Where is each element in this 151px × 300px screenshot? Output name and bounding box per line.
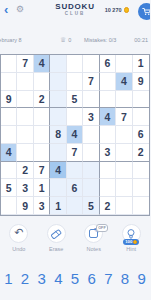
cell-r3c2[interactable] — [17, 91, 33, 109]
undo-icon: ↶ — [14, 227, 23, 238]
cell-r7c8[interactable] — [116, 162, 132, 180]
cell-r6c6[interactable] — [83, 144, 99, 162]
cell-r5c7[interactable] — [100, 126, 116, 144]
cell-r7c9[interactable] — [133, 162, 149, 180]
undo-circle: ↶ — [9, 224, 28, 243]
cell-r1c8[interactable] — [116, 55, 132, 73]
cell-r9c1[interactable] — [1, 197, 17, 215]
cell-r4c4[interactable] — [50, 108, 66, 126]
cell-r6c3[interactable] — [34, 144, 50, 162]
cell-r6c4[interactable] — [50, 144, 66, 162]
cell-r5c8[interactable] — [116, 126, 132, 144]
cell-r1c1[interactable] — [1, 55, 17, 73]
cell-r7c4[interactable]: 4 — [50, 162, 66, 180]
cell-r1c7[interactable]: 6 — [100, 55, 116, 73]
cell-r3c7[interactable] — [100, 91, 116, 109]
hint-label: Hint — [126, 246, 136, 252]
coin-balance: 10 270 — [105, 7, 129, 13]
cell-r2c9[interactable]: 9 — [133, 73, 149, 91]
numpad-digit-2[interactable]: 2 — [17, 266, 34, 290]
numpad-digit-5[interactable]: 5 — [67, 266, 84, 290]
cell-r6c8[interactable] — [116, 144, 132, 162]
cell-r1c9[interactable]: 1 — [133, 55, 149, 73]
cell-r7c1[interactable] — [1, 162, 17, 180]
daily-challenge-date: February 8 — [0, 37, 22, 43]
cell-r9c8[interactable] — [116, 197, 132, 215]
cell-r2c2[interactable] — [17, 73, 33, 91]
cell-r3c3[interactable]: 2 — [34, 91, 50, 109]
hint-button[interactable]: 100 Hint — [113, 224, 151, 260]
cell-r3c1[interactable]: 9 — [1, 91, 17, 109]
cell-r5c6[interactable] — [83, 126, 99, 144]
cell-r6c7[interactable]: 3 — [100, 144, 116, 162]
eraser-icon — [50, 228, 62, 240]
cell-r2c4[interactable] — [50, 73, 66, 91]
cell-r8c7[interactable] — [100, 179, 116, 197]
cell-r2c3[interactable] — [34, 73, 50, 91]
timer: 00:21 — [134, 37, 148, 43]
cell-r7c6[interactable] — [83, 162, 99, 180]
cell-r2c1[interactable] — [1, 73, 17, 91]
cell-r8c4[interactable] — [50, 179, 66, 197]
numpad-digit-9[interactable]: 9 — [133, 266, 150, 290]
cell-r1c6[interactable] — [83, 55, 99, 73]
cell-r5c2[interactable] — [17, 126, 33, 144]
cell-r8c3[interactable]: 1 — [34, 179, 50, 197]
mistakes-counter: Mistakes: 0/3 — [84, 37, 116, 43]
cell-r9c3[interactable]: 3 — [34, 197, 50, 215]
cell-r2c7[interactable] — [100, 73, 116, 91]
cell-r5c5[interactable]: 4 — [67, 126, 83, 144]
cell-r8c2[interactable]: 3 — [17, 179, 33, 197]
cell-r2c5[interactable] — [67, 73, 83, 91]
number-pad: 123456789 — [0, 266, 150, 290]
cell-r3c5[interactable]: 5 — [67, 91, 83, 109]
cell-r4c1[interactable] — [1, 108, 17, 126]
hint-circle: 100 — [122, 224, 141, 243]
cell-r9c4[interactable]: 1 — [50, 197, 66, 215]
cell-r4c5[interactable] — [67, 108, 83, 126]
trophy-count: 0 — [68, 37, 71, 43]
hint-cost: 100 — [125, 240, 132, 245]
numpad-digit-1[interactable]: 1 — [0, 266, 17, 290]
numpad-digit-8[interactable]: 8 — [117, 266, 134, 290]
cell-r1c3[interactable]: 4 — [34, 55, 50, 73]
cell-r6c2[interactable] — [17, 144, 33, 162]
numpad-digit-4[interactable]: 4 — [50, 266, 67, 290]
cell-r9c9[interactable] — [133, 197, 149, 215]
cell-r6c1[interactable]: 4 — [1, 144, 17, 162]
erase-circle — [47, 224, 66, 243]
cell-r2c6[interactable]: 7 — [83, 73, 99, 91]
cell-r4c9[interactable] — [133, 108, 149, 126]
cell-r8c6[interactable] — [83, 179, 99, 197]
cell-r4c3[interactable] — [34, 108, 50, 126]
cell-r5c3[interactable] — [34, 126, 50, 144]
trophy-counter: ♕ 0 — [60, 36, 71, 44]
undo-button[interactable]: ↶ Undo — [0, 224, 38, 260]
notes-circle: ✎ OFF — [84, 224, 103, 243]
cell-r5c4[interactable]: 8 — [50, 126, 66, 144]
coin-amount: 10 270 — [105, 7, 122, 13]
cell-r7c2[interactable]: 2 — [17, 162, 33, 180]
cell-r8c8[interactable] — [116, 179, 132, 197]
cell-r1c5[interactable] — [67, 55, 83, 73]
cell-r3c6[interactable] — [83, 91, 99, 109]
erase-label: Erase — [49, 246, 63, 252]
erase-button[interactable]: Erase — [38, 224, 76, 260]
cell-r9c7[interactable]: 2 — [100, 197, 116, 215]
cart-icon — [142, 7, 150, 16]
cell-r3c8[interactable] — [116, 91, 132, 109]
cell-r8c9[interactable] — [133, 179, 149, 197]
cell-r2c8[interactable]: 4 — [116, 73, 132, 91]
coin-icon — [124, 7, 130, 13]
cell-r4c6[interactable]: 3 — [83, 108, 99, 126]
undo-label: Undo — [12, 246, 25, 252]
cell-r5c9[interactable]: 6 — [133, 126, 149, 144]
cell-r7c5[interactable] — [67, 162, 83, 180]
hint-cost-badge: 100 — [123, 239, 139, 246]
notes-off-badge: OFF — [96, 224, 109, 232]
trophy-icon: ♕ — [60, 36, 66, 44]
cell-r4c2[interactable] — [17, 108, 33, 126]
shop-button[interactable] — [138, 3, 150, 20]
cell-r4c7[interactable]: 4 — [100, 108, 116, 126]
toolbar: ↶ Undo Erase ✎ OFF Notes 100 — [0, 224, 150, 260]
header: ‹ ⚙ SUDOKU CLUB 10 270 — [0, 0, 150, 27]
cell-r1c2[interactable]: 7 — [17, 55, 33, 73]
cell-r9c2[interactable]: 9 — [17, 197, 33, 215]
notes-button[interactable]: ✎ OFF Notes — [75, 224, 113, 260]
cell-r3c4[interactable] — [50, 91, 66, 109]
cell-r3c9[interactable] — [133, 91, 149, 109]
cell-r5c1[interactable] — [1, 126, 17, 144]
hint-coin-icon — [133, 240, 137, 244]
notes-label: Notes — [87, 246, 101, 252]
cell-r1c4[interactable] — [50, 55, 66, 73]
numpad-digit-3[interactable]: 3 — [33, 266, 50, 290]
numpad-digit-6[interactable]: 6 — [83, 266, 100, 290]
cell-r7c3[interactable]: 7 — [34, 162, 50, 180]
cell-r6c5[interactable]: 7 — [67, 144, 83, 162]
cell-r6c9[interactable]: 2 — [133, 144, 149, 162]
cell-r9c5[interactable] — [67, 197, 83, 215]
cell-r7c7[interactable] — [100, 162, 116, 180]
cell-r8c1[interactable]: 5 — [1, 179, 17, 197]
sudoku-board: 74617499253478464732274531693152 — [0, 54, 150, 216]
game-info-bar: February 8 ♕ 0 Mistakes: 0/3 00:21 — [0, 36, 150, 46]
cell-r4c8[interactable]: 7 — [116, 108, 132, 126]
cell-r9c6[interactable]: 5 — [83, 197, 99, 215]
numpad-digit-7[interactable]: 7 — [100, 266, 117, 290]
cell-r8c5[interactable]: 6 — [67, 179, 83, 197]
